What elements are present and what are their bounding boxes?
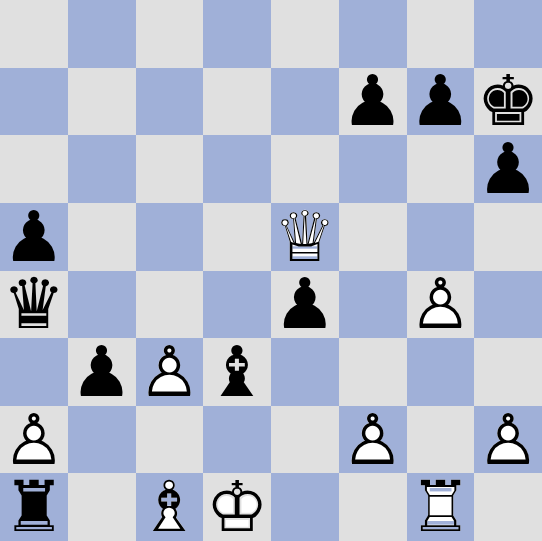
white-rook-g1[interactable]: ♜♖ (407, 473, 475, 541)
square-a2[interactable]: ♟♙ (0, 406, 68, 474)
black-king-h7[interactable]: ♚ (474, 68, 542, 136)
square-h8[interactable] (474, 0, 542, 68)
square-g3[interactable] (407, 338, 475, 406)
piece-fill-layer: ♟ (271, 271, 339, 339)
piece-fill-layer: ♟ (407, 271, 475, 339)
square-g7[interactable]: ♟ (407, 68, 475, 136)
piece-fill-layer: ♟ (474, 135, 542, 203)
square-d7[interactable] (203, 68, 271, 136)
square-h7[interactable]: ♚ (474, 68, 542, 136)
square-a7[interactable] (0, 68, 68, 136)
square-d4[interactable] (203, 271, 271, 339)
black-pawn-e4[interactable]: ♟ (271, 271, 339, 339)
square-e8[interactable] (271, 0, 339, 68)
square-h5[interactable] (474, 203, 542, 271)
black-pawn-h6[interactable]: ♟ (474, 135, 542, 203)
piece-outline-layer: ♖ (407, 473, 475, 541)
square-f2[interactable]: ♟♙ (339, 406, 407, 474)
square-c1[interactable]: ♝♗ (136, 473, 204, 541)
square-h3[interactable] (474, 338, 542, 406)
square-c7[interactable] (136, 68, 204, 136)
square-c4[interactable] (136, 271, 204, 339)
square-d1[interactable]: ♚♔ (203, 473, 271, 541)
square-d5[interactable] (203, 203, 271, 271)
square-f7[interactable]: ♟ (339, 68, 407, 136)
square-b2[interactable] (68, 406, 136, 474)
piece-fill-layer: ♚ (474, 68, 542, 136)
piece-fill-layer: ♟ (339, 406, 407, 474)
piece-fill-layer: ♟ (339, 68, 407, 136)
square-f3[interactable] (339, 338, 407, 406)
square-b7[interactable] (68, 68, 136, 136)
square-b1[interactable] (68, 473, 136, 541)
square-c5[interactable] (136, 203, 204, 271)
square-b4[interactable] (68, 271, 136, 339)
square-g5[interactable] (407, 203, 475, 271)
square-e3[interactable] (271, 338, 339, 406)
piece-fill-layer: ♟ (68, 338, 136, 406)
square-h1[interactable] (474, 473, 542, 541)
square-f1[interactable] (339, 473, 407, 541)
piece-fill-layer: ♟ (0, 203, 68, 271)
white-queen-e5[interactable]: ♛♕ (271, 203, 339, 271)
black-pawn-b3[interactable]: ♟ (68, 338, 136, 406)
square-f8[interactable] (339, 0, 407, 68)
square-e1[interactable] (271, 473, 339, 541)
piece-fill-layer: ♟ (136, 338, 204, 406)
piece-outline-layer: ♙ (339, 406, 407, 474)
piece-outline-layer: ♙ (0, 406, 68, 474)
square-h2[interactable]: ♟♙ (474, 406, 542, 474)
piece-outline-layer: ♗ (136, 473, 204, 541)
piece-fill-layer: ♝ (203, 338, 271, 406)
white-pawn-a2[interactable]: ♟♙ (0, 406, 68, 474)
black-bishop-d3[interactable]: ♝ (203, 338, 271, 406)
white-pawn-h2[interactable]: ♟♙ (474, 406, 542, 474)
square-g2[interactable] (407, 406, 475, 474)
piece-fill-layer: ♜ (407, 473, 475, 541)
square-g8[interactable] (407, 0, 475, 68)
square-c3[interactable]: ♟♙ (136, 338, 204, 406)
square-b3[interactable]: ♟ (68, 338, 136, 406)
white-king-d1[interactable]: ♚♔ (203, 473, 271, 541)
black-pawn-f7[interactable]: ♟ (339, 68, 407, 136)
square-e6[interactable] (271, 135, 339, 203)
piece-outline-layer: ♙ (407, 271, 475, 339)
piece-outline-layer: ♙ (136, 338, 204, 406)
white-pawn-c3[interactable]: ♟♙ (136, 338, 204, 406)
square-h6[interactable]: ♟ (474, 135, 542, 203)
square-e7[interactable] (271, 68, 339, 136)
square-f5[interactable] (339, 203, 407, 271)
piece-fill-layer: ♟ (474, 406, 542, 474)
square-c2[interactable] (136, 406, 204, 474)
square-e4[interactable]: ♟ (271, 271, 339, 339)
square-c6[interactable] (136, 135, 204, 203)
square-e5[interactable]: ♛♕ (271, 203, 339, 271)
piece-fill-layer: ♚ (203, 473, 271, 541)
square-h4[interactable] (474, 271, 542, 339)
piece-outline-layer: ♔ (203, 473, 271, 541)
square-b8[interactable] (68, 0, 136, 68)
square-a5[interactable]: ♟ (0, 203, 68, 271)
square-a8[interactable] (0, 0, 68, 68)
black-rook-a1[interactable]: ♜ (0, 473, 68, 541)
black-pawn-g7[interactable]: ♟ (407, 68, 475, 136)
square-g4[interactable]: ♟♙ (407, 271, 475, 339)
square-a3[interactable] (0, 338, 68, 406)
square-f4[interactable] (339, 271, 407, 339)
piece-fill-layer: ♟ (0, 406, 68, 474)
square-c8[interactable] (136, 0, 204, 68)
square-d3[interactable]: ♝ (203, 338, 271, 406)
black-pawn-a5[interactable]: ♟ (0, 203, 68, 271)
square-a6[interactable] (0, 135, 68, 203)
piece-outline-layer: ♙ (474, 406, 542, 474)
piece-fill-layer: ♛ (0, 271, 68, 339)
white-pawn-g4[interactable]: ♟♙ (407, 271, 475, 339)
piece-outline-layer: ♕ (271, 203, 339, 271)
square-d6[interactable] (203, 135, 271, 203)
square-g1[interactable]: ♜♖ (407, 473, 475, 541)
white-bishop-c1[interactable]: ♝♗ (136, 473, 204, 541)
square-g6[interactable] (407, 135, 475, 203)
square-e2[interactable] (271, 406, 339, 474)
piece-fill-layer: ♝ (136, 473, 204, 541)
square-d8[interactable] (203, 0, 271, 68)
piece-fill-layer: ♟ (407, 68, 475, 136)
square-d2[interactable] (203, 406, 271, 474)
piece-fill-layer: ♛ (271, 203, 339, 271)
black-queen-a4[interactable]: ♛ (0, 271, 68, 339)
chess-board: ♟♟♚♟♟♛♕♛♟♟♙♟♟♙♝♟♙♟♙♟♙♜♝♗♚♔♜♖ (0, 0, 542, 541)
square-a1[interactable]: ♜ (0, 473, 68, 541)
square-f6[interactable] (339, 135, 407, 203)
piece-fill-layer: ♜ (0, 473, 68, 541)
square-b6[interactable] (68, 135, 136, 203)
square-a4[interactable]: ♛ (0, 271, 68, 339)
chessboard-container: ♟♟♚♟♟♛♕♛♟♟♙♟♟♙♝♟♙♟♙♟♙♜♝♗♚♔♜♖ (0, 0, 542, 541)
white-pawn-f2[interactable]: ♟♙ (339, 406, 407, 474)
square-b5[interactable] (68, 203, 136, 271)
